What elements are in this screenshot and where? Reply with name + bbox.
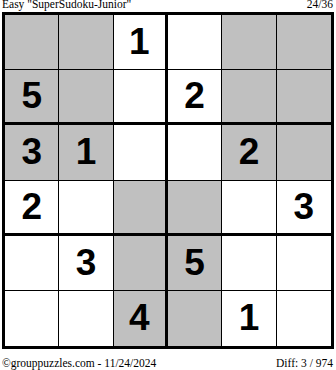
given-digit: 5 — [184, 242, 205, 284]
cell-r3c1: 3 — [5, 125, 59, 180]
given-digit: 3 — [76, 242, 97, 284]
cell-r4c2[interactable] — [59, 181, 113, 236]
cell-r2c4: 2 — [168, 70, 222, 125]
given-digit: 1 — [129, 21, 150, 63]
cell-r3c2: 1 — [59, 125, 113, 180]
cell-r1c4[interactable] — [168, 15, 222, 70]
cell-r1c1[interactable] — [5, 15, 59, 70]
cell-r6c2[interactable] — [59, 291, 113, 346]
cell-r1c3: 1 — [114, 15, 168, 70]
cell-r3c5: 2 — [222, 125, 276, 180]
given-digit: 2 — [21, 186, 42, 228]
page-header: Easy "SuperSudoku-Junior" 24/36 — [2, 0, 333, 10]
cell-r4c1: 2 — [5, 181, 59, 236]
clue-count: 24/36 — [307, 0, 333, 10]
given-digit: 2 — [239, 131, 260, 173]
cell-r2c5[interactable] — [222, 70, 276, 125]
cell-r6c3: 4 — [114, 291, 168, 346]
given-digit: 3 — [294, 186, 315, 228]
cell-r6c4[interactable] — [168, 291, 222, 346]
puzzle-title: Easy "SuperSudoku-Junior" — [2, 0, 131, 10]
cell-r1c2[interactable] — [59, 15, 113, 70]
cell-r5c2: 3 — [59, 236, 113, 291]
given-digit: 5 — [21, 75, 42, 117]
cell-r6c1[interactable] — [5, 291, 59, 346]
given-digit: 2 — [184, 75, 205, 117]
cell-r5c4: 5 — [168, 236, 222, 291]
cell-r4c3[interactable] — [114, 181, 168, 236]
given-digit: 1 — [76, 131, 97, 173]
cell-r3c6[interactable] — [277, 125, 331, 180]
cell-r6c6[interactable] — [277, 291, 331, 346]
cell-r5c1[interactable] — [5, 236, 59, 291]
sudoku-board: 152312233541 — [2, 12, 334, 349]
cell-r6c5: 1 — [222, 291, 276, 346]
difficulty-rating: Diff: 3 / 974 — [276, 357, 333, 369]
cell-r2c6[interactable] — [277, 70, 331, 125]
cell-r4c5[interactable] — [222, 181, 276, 236]
cell-r1c6[interactable] — [277, 15, 331, 70]
given-digit: 4 — [129, 297, 150, 339]
copyright-date: ©grouppuzzles.com - 11/24/2024 — [2, 357, 156, 369]
cell-r2c3[interactable] — [114, 70, 168, 125]
cell-r2c2[interactable] — [59, 70, 113, 125]
page-footer: ©grouppuzzles.com - 11/24/2024 Diff: 3 /… — [2, 357, 333, 369]
cell-r4c6: 3 — [277, 181, 331, 236]
given-digit: 1 — [239, 297, 260, 339]
cell-r5c6[interactable] — [277, 236, 331, 291]
cell-r5c5[interactable] — [222, 236, 276, 291]
given-digit: 3 — [21, 131, 42, 173]
cell-r3c4[interactable] — [168, 125, 222, 180]
cell-r4c4[interactable] — [168, 181, 222, 236]
cell-r5c3[interactable] — [114, 236, 168, 291]
cell-r3c3[interactable] — [114, 125, 168, 180]
cell-r2c1: 5 — [5, 70, 59, 125]
cell-r1c5[interactable] — [222, 15, 276, 70]
